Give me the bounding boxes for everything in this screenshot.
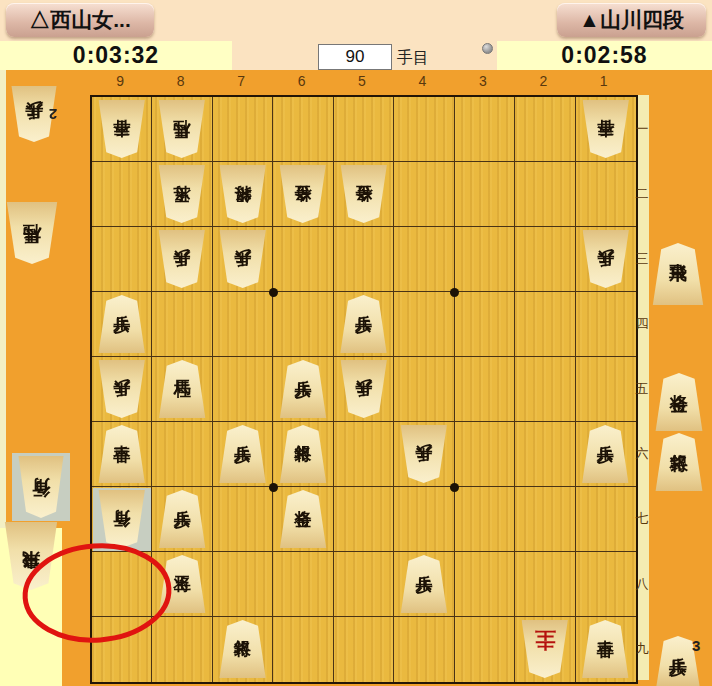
file-label-6: 6 <box>271 73 331 93</box>
cell-1-4[interactable] <box>576 292 636 357</box>
sente-hand-silver[interactable]: 銀将 <box>653 433 705 491</box>
sente-hand-pawn-count: 3 <box>692 637 700 654</box>
cell-2-4[interactable] <box>515 292 575 357</box>
star-point <box>269 288 278 297</box>
cell-1-5[interactable] <box>576 357 636 422</box>
cell-3-9[interactable] <box>455 617 515 682</box>
cell-5-6[interactable] <box>334 422 394 487</box>
cell-1-2[interactable] <box>576 162 636 227</box>
rank-label-5: 五 <box>635 380 649 398</box>
rank-label-4: 四 <box>635 315 649 333</box>
file-label-1: 1 <box>574 73 634 93</box>
rank-labels: 一二三四五六七八九 <box>635 95 649 680</box>
cell-2-1[interactable] <box>515 97 575 162</box>
cell-4-2[interactable] <box>394 162 454 227</box>
cell-3-6[interactable] <box>455 422 515 487</box>
cell-4-9[interactable] <box>394 617 454 682</box>
move-counter-label: 手目 <box>397 48 429 69</box>
star-point <box>450 288 459 297</box>
gote-player-button[interactable]: △西山女... <box>6 3 154 37</box>
cell-2-3[interactable] <box>515 227 575 292</box>
rank-label-2: 二 <box>635 185 649 203</box>
cell-4-7[interactable] <box>394 487 454 552</box>
rank-label-3: 三 <box>635 250 649 268</box>
cell-4-4[interactable] <box>394 292 454 357</box>
sente-hand-gold[interactable]: 金将 <box>653 373 705 431</box>
cell-3-1[interactable] <box>455 97 515 162</box>
cell-1-8[interactable] <box>576 552 636 617</box>
status-dot-icon <box>482 43 493 54</box>
cell-9-3[interactable] <box>92 227 152 292</box>
cell-7-4[interactable] <box>213 292 273 357</box>
cell-8-9[interactable] <box>152 617 212 682</box>
cell-2-8[interactable] <box>515 552 575 617</box>
cell-3-8[interactable] <box>455 552 515 617</box>
cell-6-9[interactable] <box>273 617 333 682</box>
cell-4-5[interactable] <box>394 357 454 422</box>
gote-hand-knight[interactable]: 桂馬 <box>4 202 60 264</box>
cell-2-2[interactable] <box>515 162 575 227</box>
cell-6-1[interactable] <box>273 97 333 162</box>
cell-2-6[interactable] <box>515 422 575 487</box>
cell-6-3[interactable] <box>273 227 333 292</box>
rank-label-9: 九 <box>635 640 649 658</box>
cell-3-4[interactable] <box>455 292 515 357</box>
shogi-app: { "game": "shogi", "position": { "sfen":… <box>0 0 712 686</box>
cell-3-3[interactable] <box>455 227 515 292</box>
star-point <box>269 483 278 492</box>
cell-5-9[interactable] <box>334 617 394 682</box>
cell-7-7[interactable] <box>213 487 273 552</box>
file-label-7: 7 <box>211 73 271 93</box>
file-label-4: 4 <box>392 73 452 93</box>
cell-5-3[interactable] <box>334 227 394 292</box>
cell-7-8[interactable] <box>213 552 273 617</box>
cell-3-2[interactable] <box>455 162 515 227</box>
file-label-9: 9 <box>90 73 150 93</box>
cell-8-4[interactable] <box>152 292 212 357</box>
cell-2-5[interactable] <box>515 357 575 422</box>
cell-5-8[interactable] <box>334 552 394 617</box>
rank-label-8: 八 <box>635 575 649 593</box>
file-label-2: 2 <box>513 73 573 93</box>
cell-5-1[interactable] <box>334 97 394 162</box>
gote-hand-pawn-count: 2 <box>49 106 57 123</box>
sente-player-button[interactable]: ▲山川四段 <box>557 3 706 37</box>
file-label-8: 8 <box>150 73 210 93</box>
cell-9-8[interactable] <box>92 552 152 617</box>
cell-8-6[interactable] <box>152 422 212 487</box>
rank-label-6: 六 <box>635 445 649 463</box>
play-area: 987654321 香車桂馬香車玉将銀将金将金将歩兵歩兵歩兵歩兵歩兵歩兵桂馬歩兵… <box>0 70 712 686</box>
rank-label-1: 一 <box>635 120 649 138</box>
cell-7-1[interactable] <box>213 97 273 162</box>
file-labels: 987654321 <box>90 73 634 93</box>
cell-6-4[interactable] <box>273 292 333 357</box>
cell-6-8[interactable] <box>273 552 333 617</box>
cell-5-7[interactable] <box>334 487 394 552</box>
cell-1-7[interactable] <box>576 487 636 552</box>
gote-clock: 0:03:32 <box>0 41 232 70</box>
sente-hand-rook[interactable]: 飛車 <box>650 243 706 305</box>
move-number-input[interactable]: 90 <box>318 44 392 70</box>
cell-9-2[interactable] <box>92 162 152 227</box>
rank-label-7: 七 <box>635 510 649 528</box>
cell-2-7[interactable] <box>515 487 575 552</box>
cell-4-1[interactable] <box>394 97 454 162</box>
cell-3-5[interactable] <box>455 357 515 422</box>
sente-clock: 0:02:58 <box>497 41 712 70</box>
file-label-3: 3 <box>453 73 513 93</box>
cell-7-5[interactable] <box>213 357 273 422</box>
shogi-board: 香車桂馬香車玉将銀将金将金将歩兵歩兵歩兵歩兵歩兵歩兵桂馬歩兵歩兵香車歩兵銀将歩兵… <box>90 95 638 684</box>
cell-4-3[interactable] <box>394 227 454 292</box>
cell-9-9[interactable] <box>92 617 152 682</box>
star-point <box>450 483 459 492</box>
file-label-5: 5 <box>332 73 392 93</box>
cell-3-7[interactable] <box>455 487 515 552</box>
